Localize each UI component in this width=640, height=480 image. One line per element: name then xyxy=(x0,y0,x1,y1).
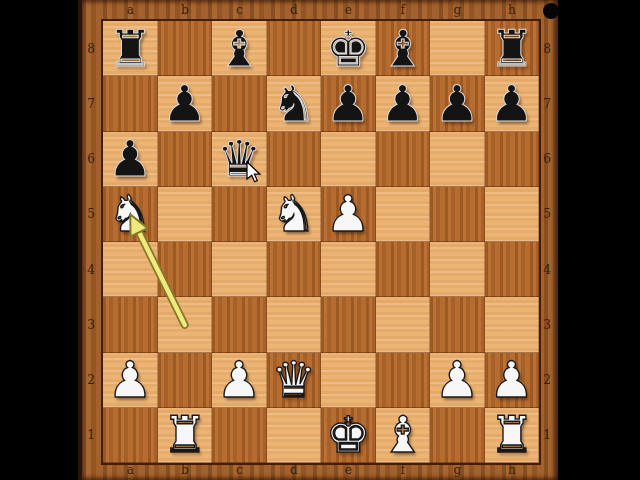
file-label-top-e: e xyxy=(345,4,352,16)
piece-white-pawn[interactable]: ♟ xyxy=(326,189,371,239)
rank-label-left-8: 8 xyxy=(87,43,95,55)
rank-label-right-4: 4 xyxy=(543,264,551,276)
rank-label-left-5: 5 xyxy=(87,208,95,220)
rank-label-left-2: 2 xyxy=(87,374,95,386)
square-d2[interactable]: ♛ xyxy=(267,353,322,408)
piece-black-pawn[interactable]: ♟ xyxy=(162,79,207,129)
square-e4[interactable] xyxy=(321,242,376,297)
square-b7[interactable]: ♟ xyxy=(158,76,213,131)
piece-white-pawn[interactable]: ♟ xyxy=(435,355,480,405)
piece-black-king[interactable]: ♚ xyxy=(326,24,371,74)
file-label-bottom-a: a xyxy=(127,464,134,476)
square-e5[interactable]: ♟ xyxy=(321,187,376,242)
file-label-top-c: c xyxy=(236,4,243,16)
square-a2[interactable]: ♟ xyxy=(103,353,158,408)
square-h6[interactable] xyxy=(485,132,540,187)
file-label-top-b: b xyxy=(181,4,189,16)
square-h5[interactable] xyxy=(485,187,540,242)
square-g3[interactable] xyxy=(430,297,485,352)
square-f2[interactable] xyxy=(376,353,431,408)
square-e6[interactable] xyxy=(321,132,376,187)
piece-black-rook[interactable]: ♜ xyxy=(489,24,534,74)
square-g8[interactable] xyxy=(430,21,485,76)
square-a7[interactable] xyxy=(103,76,158,131)
rank-label-right-1: 1 xyxy=(543,429,551,441)
square-b5[interactable] xyxy=(158,187,213,242)
rank-label-right-2: 2 xyxy=(543,374,551,386)
file-label-top-a: a xyxy=(127,4,134,16)
piece-white-bishop[interactable]: ♝ xyxy=(380,410,425,460)
square-f5[interactable] xyxy=(376,187,431,242)
square-e8[interactable]: ♚ xyxy=(321,21,376,76)
square-a4[interactable] xyxy=(103,242,158,297)
chess-board[interactable]: ♜♝♚♝♜♟♞♟♟♟♟♟♛♞♞♟♟♟♛♟♟♜♚♝♜ xyxy=(101,19,541,465)
square-h4[interactable] xyxy=(485,242,540,297)
rank-label-left-1: 1 xyxy=(87,429,95,441)
square-g6[interactable] xyxy=(430,132,485,187)
square-d8[interactable] xyxy=(267,21,322,76)
square-e3[interactable] xyxy=(321,297,376,352)
piece-black-pawn[interactable]: ♟ xyxy=(326,79,371,129)
chess-app-window: aabbccddeeffgghh8877665544332211 ♜♝♚♝♜♟♞… xyxy=(0,0,640,480)
rank-label-right-3: 3 xyxy=(543,319,551,331)
piece-black-pawn[interactable]: ♟ xyxy=(435,79,480,129)
piece-white-queen[interactable]: ♛ xyxy=(271,355,316,405)
square-h8[interactable]: ♜ xyxy=(485,21,540,76)
square-g4[interactable] xyxy=(430,242,485,297)
square-a5[interactable]: ♞ xyxy=(103,187,158,242)
piece-white-king[interactable]: ♚ xyxy=(326,410,371,460)
square-c2[interactable]: ♟ xyxy=(212,353,267,408)
file-label-bottom-d: d xyxy=(290,464,298,476)
square-d5[interactable]: ♞ xyxy=(267,187,322,242)
piece-white-pawn[interactable]: ♟ xyxy=(217,355,262,405)
square-g7[interactable]: ♟ xyxy=(430,76,485,131)
square-g5[interactable] xyxy=(430,187,485,242)
piece-black-pawn[interactable]: ♟ xyxy=(380,79,425,129)
piece-black-bishop[interactable]: ♝ xyxy=(217,24,262,74)
file-label-bottom-g: g xyxy=(453,464,461,476)
square-f1[interactable]: ♝ xyxy=(376,408,431,463)
piece-black-rook[interactable]: ♜ xyxy=(108,24,153,74)
piece-black-pawn[interactable]: ♟ xyxy=(489,79,534,129)
file-label-bottom-b: b xyxy=(181,464,189,476)
rank-label-left-7: 7 xyxy=(87,98,95,110)
piece-white-knight[interactable]: ♞ xyxy=(108,189,153,239)
piece-black-bishop[interactable]: ♝ xyxy=(380,24,425,74)
rank-label-left-4: 4 xyxy=(87,264,95,276)
square-c6[interactable]: ♛ xyxy=(212,132,267,187)
square-c7[interactable] xyxy=(212,76,267,131)
square-d3[interactable] xyxy=(267,297,322,352)
square-c4[interactable] xyxy=(212,242,267,297)
square-b3[interactable] xyxy=(158,297,213,352)
square-h2[interactable]: ♟ xyxy=(485,353,540,408)
square-c5[interactable] xyxy=(212,187,267,242)
rank-label-right-7: 7 xyxy=(543,98,551,110)
file-label-top-g: g xyxy=(453,4,461,16)
file-label-bottom-c: c xyxy=(236,464,243,476)
square-g1[interactable] xyxy=(430,408,485,463)
square-e2[interactable] xyxy=(321,353,376,408)
file-label-top-f: f xyxy=(401,4,405,16)
square-b1[interactable]: ♜ xyxy=(158,408,213,463)
rank-label-left-3: 3 xyxy=(87,319,95,331)
square-f8[interactable]: ♝ xyxy=(376,21,431,76)
file-label-bottom-f: f xyxy=(401,464,405,476)
square-h1[interactable]: ♜ xyxy=(485,408,540,463)
file-label-top-h: h xyxy=(508,4,516,16)
square-c3[interactable] xyxy=(212,297,267,352)
square-b4[interactable] xyxy=(158,242,213,297)
piece-black-pawn[interactable]: ♟ xyxy=(108,134,153,184)
square-d6[interactable] xyxy=(267,132,322,187)
square-e7[interactable]: ♟ xyxy=(321,76,376,131)
rank-label-left-6: 6 xyxy=(87,153,95,165)
square-a1[interactable] xyxy=(103,408,158,463)
rank-label-right-6: 6 xyxy=(543,153,551,165)
square-c1[interactable] xyxy=(212,408,267,463)
file-label-top-d: d xyxy=(290,4,298,16)
piece-black-queen[interactable]: ♛ xyxy=(217,134,262,184)
square-f3[interactable] xyxy=(376,297,431,352)
square-d4[interactable] xyxy=(267,242,322,297)
square-d1[interactable] xyxy=(267,408,322,463)
piece-white-knight[interactable]: ♞ xyxy=(271,189,316,239)
square-h3[interactable] xyxy=(485,297,540,352)
square-f6[interactable] xyxy=(376,132,431,187)
record-dot-icon xyxy=(543,3,559,19)
square-e1[interactable]: ♚ xyxy=(321,408,376,463)
square-f7[interactable]: ♟ xyxy=(376,76,431,131)
square-a6[interactable]: ♟ xyxy=(103,132,158,187)
rank-label-right-5: 5 xyxy=(543,208,551,220)
file-label-bottom-e: e xyxy=(345,464,352,476)
square-b6[interactable] xyxy=(158,132,213,187)
square-g2[interactable]: ♟ xyxy=(430,353,485,408)
square-a3[interactable] xyxy=(103,297,158,352)
piece-white-pawn[interactable]: ♟ xyxy=(489,355,534,405)
piece-white-rook[interactable]: ♜ xyxy=(162,410,207,460)
square-b2[interactable] xyxy=(158,353,213,408)
rank-label-right-8: 8 xyxy=(543,43,551,55)
square-a8[interactable]: ♜ xyxy=(103,21,158,76)
piece-white-pawn[interactable]: ♟ xyxy=(108,355,153,405)
square-b8[interactable] xyxy=(158,21,213,76)
piece-black-knight[interactable]: ♞ xyxy=(271,79,316,129)
square-c8[interactable]: ♝ xyxy=(212,21,267,76)
file-label-bottom-h: h xyxy=(508,464,516,476)
square-h7[interactable]: ♟ xyxy=(485,76,540,131)
square-d7[interactable]: ♞ xyxy=(267,76,322,131)
piece-white-rook[interactable]: ♜ xyxy=(489,410,534,460)
square-f4[interactable] xyxy=(376,242,431,297)
